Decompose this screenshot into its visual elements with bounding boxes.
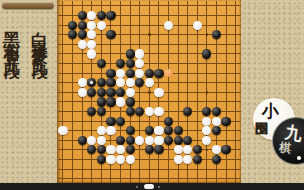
stone-black <box>116 136 125 145</box>
stone-black <box>97 145 106 154</box>
stone-black <box>116 117 125 126</box>
stone-black <box>126 126 135 135</box>
stone-black <box>78 11 87 20</box>
stone-black <box>126 49 135 58</box>
stone-white <box>183 145 192 154</box>
stone-white <box>116 145 125 154</box>
stone-black <box>154 69 163 78</box>
black-player-column: 黑 卞相壹 九段 <box>3 18 20 54</box>
stone-black <box>68 30 77 39</box>
stone-white <box>116 97 125 106</box>
stone-white <box>135 49 144 58</box>
stone-white <box>78 88 87 97</box>
stone-white <box>126 155 135 164</box>
stone-black <box>154 145 163 154</box>
stone-black <box>106 30 115 39</box>
stone-white <box>116 155 125 164</box>
stone-black <box>87 88 96 97</box>
stone-black <box>174 136 183 145</box>
xiaojiu-weiqi-logo: 小 围 九 棋 <box>241 95 304 175</box>
stone-black <box>97 97 106 106</box>
stone-black <box>193 145 202 154</box>
stone-white <box>97 21 106 30</box>
stone-white <box>135 136 144 145</box>
go-board-grid <box>58 1 240 183</box>
stone-black <box>174 126 183 135</box>
white-player-rank: 九段 <box>32 46 48 54</box>
progress-dot-right[interactable] <box>158 186 160 188</box>
stone-black <box>126 145 135 154</box>
stone-white <box>174 145 183 154</box>
stone-black <box>87 107 96 116</box>
stone-black <box>126 59 135 68</box>
black-label: 黑 <box>3 18 20 22</box>
star-point <box>206 33 209 36</box>
logo-char-qi: 棋 <box>278 139 292 157</box>
stone-white <box>145 136 154 145</box>
stone-black <box>221 117 230 126</box>
stone-white <box>154 126 163 135</box>
stone-white <box>164 21 173 30</box>
stone-white <box>154 88 163 97</box>
stone-black <box>193 155 202 164</box>
stone-black <box>116 59 125 68</box>
stone-black <box>106 88 115 97</box>
stone-black <box>126 69 135 78</box>
stone-white <box>135 59 144 68</box>
black-player-rank: 九段 <box>4 46 20 54</box>
stone-black <box>212 155 221 164</box>
star-point <box>148 91 151 94</box>
scroll-rod-decoration <box>2 2 54 9</box>
stone-black <box>202 107 211 116</box>
stone-white <box>116 78 125 87</box>
video-frame[interactable]: 黑 卞相壹 九段 白 辜梓豪 九段 小 围 九 棋 <box>0 0 304 190</box>
stone-white <box>87 49 96 58</box>
player-control-bar <box>0 183 304 190</box>
player-toggle[interactable] <box>144 184 154 189</box>
stone-white <box>106 145 115 154</box>
stone-white <box>154 136 163 145</box>
white-player-name: 辜梓豪 <box>32 28 48 40</box>
stone-black <box>183 107 192 116</box>
logo-panel: 小 围 九 棋 <box>241 0 304 183</box>
stone-black <box>97 107 106 116</box>
stone-white <box>106 155 115 164</box>
stone-black <box>126 107 135 116</box>
stone-black <box>126 97 135 106</box>
logo-char-wei: 围 <box>255 120 268 138</box>
stone-black <box>135 107 144 116</box>
stone-black <box>78 21 87 30</box>
stone-white <box>135 69 144 78</box>
stone-black <box>145 126 154 135</box>
stone-black <box>221 145 230 154</box>
stone-black <box>87 78 96 87</box>
stone-white <box>97 126 106 135</box>
white-label: 白 <box>31 18 48 22</box>
stone-white <box>87 21 96 30</box>
stone-black <box>106 69 115 78</box>
stone-black <box>68 21 77 30</box>
star-point <box>206 149 209 152</box>
player-info-panel: 黑 卞相壹 九段 白 辜梓豪 九段 <box>0 0 57 183</box>
stone-white <box>78 40 87 49</box>
stone-black <box>78 136 87 145</box>
stone-black <box>97 155 106 164</box>
stone-black <box>87 145 96 154</box>
black-player-name: 卞相壹 <box>4 28 20 40</box>
stone-black <box>183 136 192 145</box>
stone-black <box>164 126 173 135</box>
stone-white <box>97 136 106 145</box>
stone-white <box>106 126 115 135</box>
stone-black <box>145 69 154 78</box>
stone-black <box>164 117 173 126</box>
stone-black <box>164 136 173 145</box>
stone-white <box>126 78 135 87</box>
stone-black <box>135 78 144 87</box>
move-preview-marker <box>164 69 173 78</box>
stone-black <box>212 126 221 135</box>
stone-white <box>202 117 211 126</box>
stone-white <box>154 107 163 116</box>
stone-black <box>126 136 135 145</box>
stone-white <box>78 78 87 87</box>
stone-black <box>97 59 106 68</box>
stone-black <box>106 78 115 87</box>
stone-black <box>97 11 106 20</box>
stone-white <box>87 30 96 39</box>
stone-white <box>87 40 96 49</box>
stone-white <box>174 155 183 164</box>
stone-white <box>193 21 202 30</box>
stone-white <box>145 107 154 116</box>
stone-black <box>106 97 115 106</box>
stone-black <box>212 107 221 116</box>
stone-white <box>202 136 211 145</box>
stone-black <box>97 78 106 87</box>
stone-black <box>145 145 154 154</box>
stone-black <box>97 88 106 97</box>
stone-white <box>58 126 67 135</box>
stone-white <box>126 88 135 97</box>
stone-white <box>87 136 96 145</box>
stone-black <box>202 49 211 58</box>
white-player-column: 白 辜梓豪 九段 <box>31 18 48 54</box>
stone-white <box>145 78 154 87</box>
stone-black <box>106 11 115 20</box>
stone-black <box>212 30 221 39</box>
stone-black <box>78 30 87 39</box>
progress-dot-left[interactable] <box>136 186 138 188</box>
go-board <box>57 0 241 183</box>
stone-white <box>183 155 192 164</box>
stone-white <box>202 126 211 135</box>
last-move-marker <box>90 81 93 84</box>
stone-black <box>106 117 115 126</box>
stone-black <box>116 88 125 97</box>
star-point <box>148 33 151 36</box>
stone-white <box>116 69 125 78</box>
star-point <box>206 91 209 94</box>
stone-white <box>212 117 221 126</box>
stone-white <box>87 11 96 20</box>
stone-white <box>212 145 221 154</box>
logo-dot <box>297 156 301 160</box>
